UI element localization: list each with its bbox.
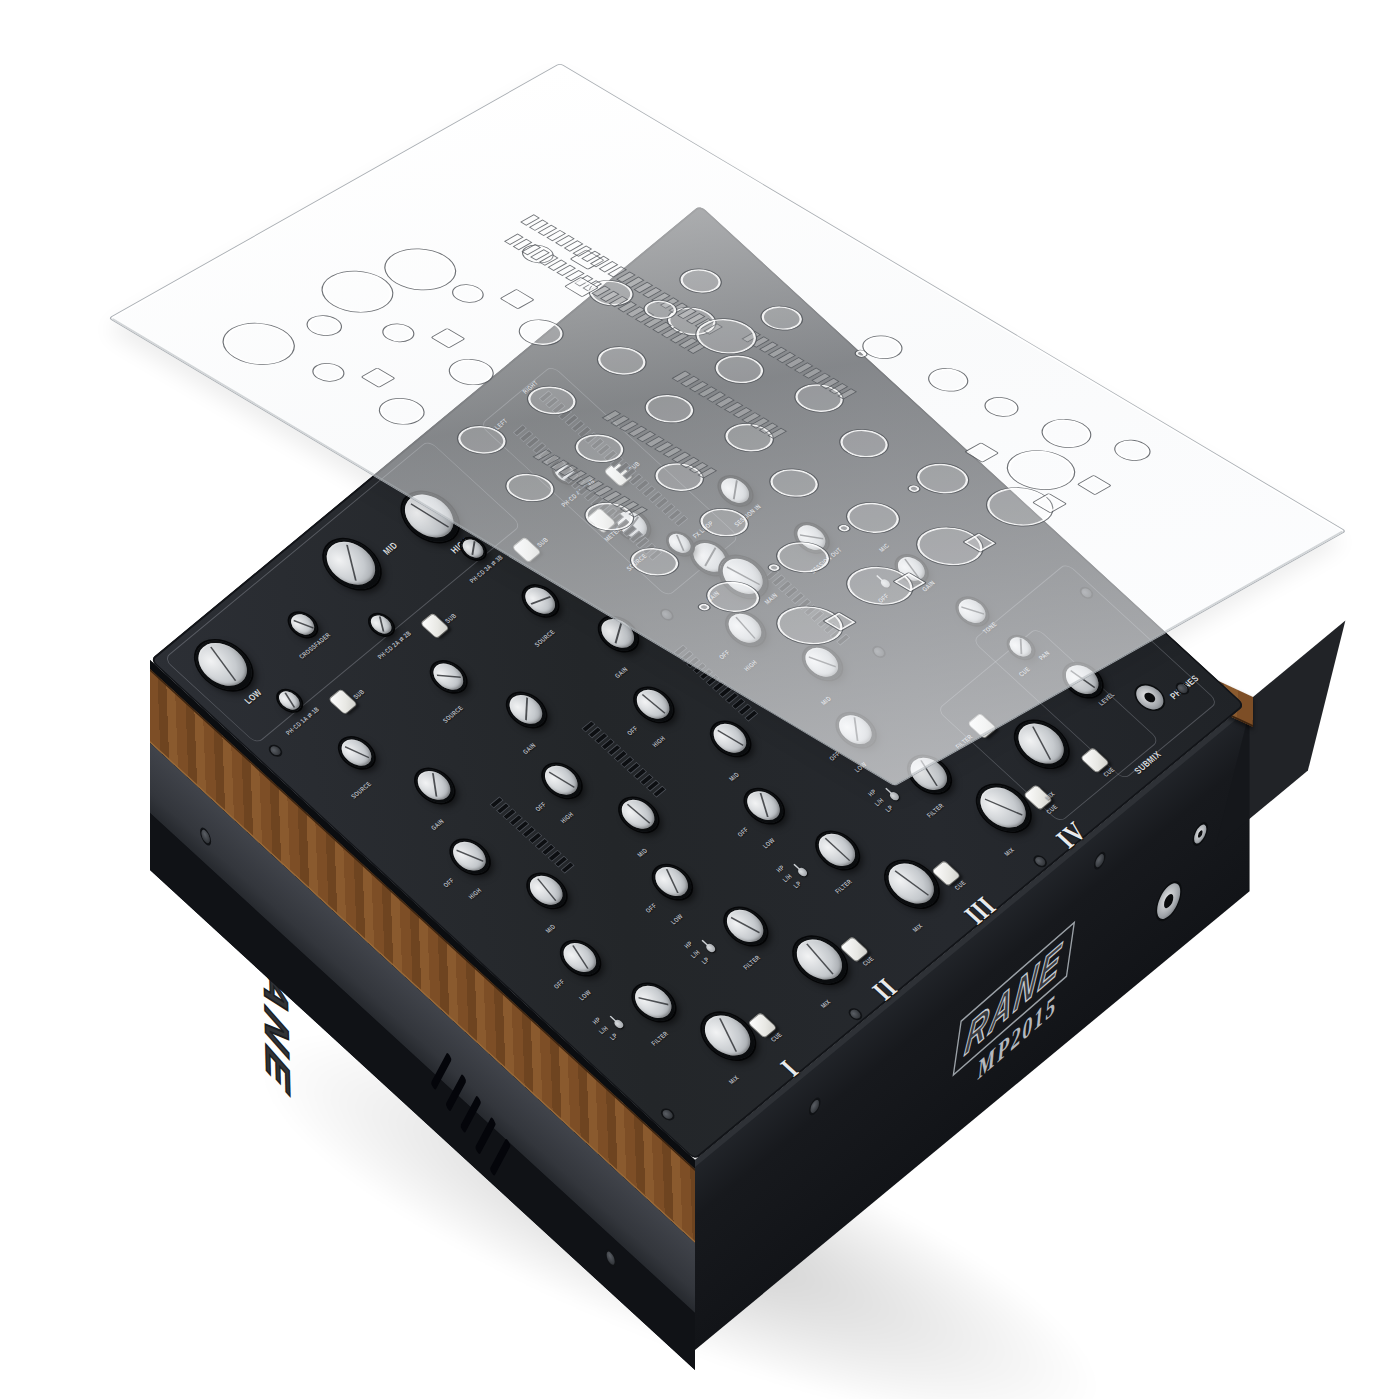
ch1-eq-high-label: HIGH <box>467 887 483 900</box>
ch1-mix-knob-pointer <box>719 1018 737 1051</box>
ch1-eq-mid-knob-cap <box>523 870 569 910</box>
ch2-gain-knob[interactable] <box>500 687 553 734</box>
ch2-gain-knob-pointer <box>525 697 528 720</box>
ch1-lh-label: L/H <box>598 1025 610 1035</box>
ch2-lp-label: LP <box>700 956 710 965</box>
ch1-filter-knob-cap <box>628 980 678 1024</box>
plate-circle-cutout <box>1031 413 1101 454</box>
crossfader-contour-knob[interactable] <box>284 608 322 641</box>
ch2-source-knob[interactable] <box>425 656 473 698</box>
ch4-lh-label: L/H <box>873 797 885 807</box>
crossfader-contour-knob-cap <box>286 610 319 639</box>
ch2-source-label: SOURCE <box>441 704 464 723</box>
ch2-gain-label: GAIN <box>522 742 538 755</box>
ch4-mix-knob-pointer <box>985 798 1023 815</box>
plate-square-cutout <box>361 368 396 388</box>
plate-square-cutout <box>964 443 999 463</box>
plate-circle-cutout <box>299 311 350 341</box>
plate-circle-cutout <box>834 496 911 540</box>
isolator-low-knob[interactable] <box>184 631 263 700</box>
ch2-source-knob-cap <box>427 658 468 694</box>
ch3-lp-label: LP <box>792 880 802 889</box>
ch1-mix-knob[interactable] <box>692 1004 765 1069</box>
plate-circle-cutout <box>306 359 351 385</box>
plate-circle-cutout <box>853 330 910 363</box>
screw <box>1096 852 1104 870</box>
ch2-filter-label: FILTER <box>742 954 762 971</box>
isolator-mid-knob-cap <box>317 534 385 593</box>
isolator-low-knob-pointer <box>210 647 236 681</box>
isolator-mid-label: MID <box>381 540 400 556</box>
ch1-gain-knob[interactable] <box>408 763 461 810</box>
ch3-eq-high-knob-cap <box>630 684 676 724</box>
plate-circle-cutout <box>919 363 976 396</box>
ch3-eq-high-knob-pointer <box>642 694 666 714</box>
plate-circle-cutout <box>445 280 490 306</box>
ch2-high-off-label: OFF <box>534 801 547 813</box>
ch3-mix-label: MIX <box>911 922 924 933</box>
plate-circle-cutout <box>375 320 420 346</box>
ch1-gain-knob-cap <box>411 765 457 805</box>
ch2-eq-mid-knob-pointer <box>627 804 651 824</box>
screw <box>1033 855 1047 867</box>
isolator-low-knob-cap <box>189 635 257 694</box>
ch1-source-knob-pointer <box>345 746 370 758</box>
ch2-eq-low-label: LOW <box>670 913 685 926</box>
plate-circle-cutout <box>904 456 981 500</box>
ch3-mix-knob-cap <box>880 856 943 912</box>
ch4-hp-label: HP <box>867 788 878 797</box>
isolator-mid-knob[interactable] <box>313 530 392 599</box>
ch4-filter-label: FILTER <box>926 802 946 819</box>
ch1-eq-low-label: LOW <box>578 989 593 1002</box>
ch3-filter-knob-cap <box>812 828 862 872</box>
ch3-eq-mid-knob-cap <box>707 718 753 758</box>
ch3-source-knob-cap <box>519 582 560 618</box>
submix-cue-button[interactable] <box>1081 748 1109 772</box>
ch3-source-knob-pointer <box>530 596 551 605</box>
plate-circle-cutout <box>829 423 899 464</box>
ch2-eq-high-knob-cap <box>538 760 584 800</box>
plate-circle-cutout <box>635 388 705 429</box>
screw <box>269 745 283 757</box>
ch1-filter-label: FILTER <box>650 1030 670 1047</box>
ch3-filter-label: FILTER <box>834 878 854 895</box>
ch3-filter-knob[interactable] <box>809 825 867 876</box>
ch4-lp-label: LP <box>884 804 894 813</box>
plate-circle-cutout <box>670 264 731 299</box>
ch1-low-off-label: OFF <box>552 978 565 990</box>
plate-square-cutout <box>430 328 465 348</box>
ch2-mix-knob-cap <box>788 932 851 988</box>
ch1-phono-knob[interactable] <box>273 686 306 715</box>
ch1-sub-label: SUB <box>352 688 366 700</box>
model-badge: RANE MP2015 <box>956 925 1073 1104</box>
plate-circle-cutout <box>517 380 587 421</box>
ch4-filter-slope-toggle[interactable] <box>888 791 901 802</box>
ch1-high-off-label: OFF <box>442 877 455 889</box>
ch1-phono-knob-cap <box>275 688 303 713</box>
ch3-mix-knob[interactable] <box>875 852 948 917</box>
ch1-source-knob-cap <box>336 734 377 770</box>
ch1-eq-high-knob-pointer <box>456 850 483 863</box>
plate-circle-cutout <box>208 314 310 373</box>
ch2-mix-knob-pointer <box>806 944 833 975</box>
ch2-eq-low-knob-cap <box>649 862 695 902</box>
screw <box>848 1008 862 1020</box>
plate-circle-cutout <box>977 393 1025 421</box>
front-headphone-jack[interactable] <box>1157 877 1180 926</box>
ch2-eq-high-knob[interactable] <box>535 757 588 804</box>
channel-numeral: I <box>774 1054 805 1082</box>
ch3-eq-high-label: HIGH <box>651 735 667 748</box>
ch1-eq-high-knob-cap <box>447 836 493 876</box>
ch1-filter-slope-toggle[interactable] <box>613 1018 626 1029</box>
ch4-cue-label: CUE <box>1045 803 1059 815</box>
ch3-eq-low-knob-cap <box>741 786 787 826</box>
ch2-eq-low-knob-pointer <box>666 869 679 893</box>
submix-cue-label: CUE <box>1102 766 1116 778</box>
plate-circle-cutout <box>1107 436 1158 466</box>
ch3-gain-label: GAIN <box>613 666 629 679</box>
ch4-mix-knob-cap <box>971 780 1034 836</box>
submix-label: SUBMIX <box>1132 749 1163 776</box>
plate-circle-cutout <box>765 535 842 579</box>
ch3-eq-mid-knob-pointer <box>717 730 743 746</box>
ch1-eq-high-knob[interactable] <box>444 833 497 880</box>
ch1-eq-low-knob-pointer <box>572 945 589 969</box>
plate-circle-cutout <box>510 314 574 351</box>
isolator-low-label: LOW <box>242 687 264 706</box>
ch2-phono-knob[interactable] <box>365 610 398 639</box>
product-photo-scene: RANE RANE MP2015 LOWCROSSFADERMIDHIGHPH·… <box>0 0 1399 1399</box>
screw <box>661 1108 675 1120</box>
ch3-source-label: SOURCE <box>533 628 556 647</box>
ch3-eq-low-knob[interactable] <box>738 783 791 830</box>
phones-jack[interactable] <box>1131 681 1169 714</box>
ch1-lp-label: LP <box>608 1032 618 1041</box>
ch3-mix-knob-pointer <box>895 870 929 895</box>
ch2-mix-label: MIX <box>819 998 832 1009</box>
ch3-filter-knob-pointer <box>825 838 850 861</box>
ch1-eq-low-knob-cap <box>557 938 603 978</box>
submix-filter-knob-cap <box>1009 716 1072 772</box>
ch2-filter-slope-toggle[interactable] <box>704 943 717 954</box>
ch2-source-knob-pointer <box>436 674 461 678</box>
plate-square-cutout <box>1077 475 1112 495</box>
submix-filter-knob-pointer <box>1032 726 1051 759</box>
ch2-gain-knob-cap <box>503 689 549 729</box>
ch1-phono-knob-pointer <box>285 693 296 708</box>
ch2-eq-mid-knob-cap <box>615 794 661 834</box>
ch4-mix-knob[interactable] <box>967 776 1040 841</box>
isolator-mid-knob-pointer <box>346 545 357 581</box>
ch2-filter-knob-cap <box>720 904 770 948</box>
ch3-high-off-label: OFF <box>626 725 639 737</box>
ch1-eq-mid-knob[interactable] <box>520 868 573 915</box>
ch1-source-knob[interactable] <box>333 732 381 774</box>
crossfader-contour-knob-pointer <box>293 619 313 628</box>
ch1-mix-knob-cap <box>696 1008 759 1064</box>
ch3-lh-label: L/H <box>781 873 793 883</box>
plate-circle-cutout <box>752 300 813 335</box>
ch1-filter-knob[interactable] <box>625 977 683 1028</box>
ch3-eq-high-knob[interactable] <box>627 682 680 729</box>
ch3-eq-low-label: LOW <box>761 837 776 850</box>
ch2-low-off-label: OFF <box>644 902 657 914</box>
plate-circle-cutout <box>586 340 656 381</box>
ch1-filter-knob-pointer <box>639 997 669 1006</box>
ch2-phono-knob-pointer <box>379 617 384 632</box>
front-mini-jack[interactable] <box>1194 821 1206 847</box>
ch1-eq-low-knob[interactable] <box>554 935 607 982</box>
ch2-meter-ladder <box>581 720 666 797</box>
ch1-eq-mid-knob-pointer <box>537 878 557 901</box>
ch3-filter-slope-toggle[interactable] <box>796 867 809 878</box>
ch2-eq-mid-label: MID <box>636 847 649 858</box>
ch1-meter-ladder <box>489 796 574 873</box>
ch4-mix-label: MIX <box>1003 846 1016 857</box>
ch2-sub-label: SUB <box>444 612 458 624</box>
plate-circle-cutout <box>760 463 830 504</box>
ch1-gain-label: GAIN <box>430 818 446 831</box>
ch2-filter-knob-pointer <box>731 917 760 934</box>
ch3-phono-knob-pointer <box>472 541 476 555</box>
ch1-cue-label: CUE <box>769 1031 783 1043</box>
ch1-source-label: SOURCE <box>350 780 373 799</box>
plate-circle-cutout <box>440 353 504 390</box>
ch1-hp-label: HP <box>591 1016 602 1025</box>
plate-circle-cutout <box>704 349 774 390</box>
ch2-eq-low-knob[interactable] <box>646 859 699 906</box>
ch1-mix-label: MIX <box>728 1074 741 1085</box>
ch3-cue-label: CUE <box>953 879 967 891</box>
ch3-eq-low-knob-pointer <box>760 793 769 817</box>
plate-circle-cutout <box>447 419 517 460</box>
ch3-low-off-label: OFF <box>736 826 749 838</box>
ch2-filter-knob[interactable] <box>717 901 775 952</box>
plate-circle-cutout <box>695 575 772 619</box>
ch1-eq-mid-label: MID <box>544 923 557 934</box>
ch2-phono-knob-cap <box>367 612 395 637</box>
plate-square-cutout <box>500 289 535 309</box>
plate-circle-cutout <box>565 428 635 469</box>
ch2-eq-mid-knob[interactable] <box>612 792 665 839</box>
plate-circle-cutout <box>690 502 760 543</box>
ch3-eq-mid-label: MID <box>728 771 741 782</box>
phones-level-label: LEVEL <box>1097 691 1116 707</box>
ch2-lh-label: L/H <box>689 949 701 959</box>
ch2-eq-high-knob-pointer <box>549 772 575 789</box>
submix-filter-knob[interactable] <box>1005 712 1078 777</box>
ch3-hp-label: HP <box>775 864 786 873</box>
plate-circle-cutout <box>495 467 565 508</box>
ch3-gain-knob-pointer <box>615 622 623 644</box>
plate-circle-cutout <box>620 542 690 583</box>
screw <box>811 1097 819 1115</box>
ch3-eq-mid-knob[interactable] <box>704 716 757 763</box>
ch1-gain-knob-pointer <box>432 773 437 797</box>
ch2-mix-knob[interactable] <box>783 928 856 993</box>
plate-circle-cutout <box>370 393 434 430</box>
ch2-hp-label: HP <box>683 940 694 949</box>
ch2-eq-high-label: HIGH <box>559 811 575 824</box>
ch2-cue-label: CUE <box>861 955 875 967</box>
